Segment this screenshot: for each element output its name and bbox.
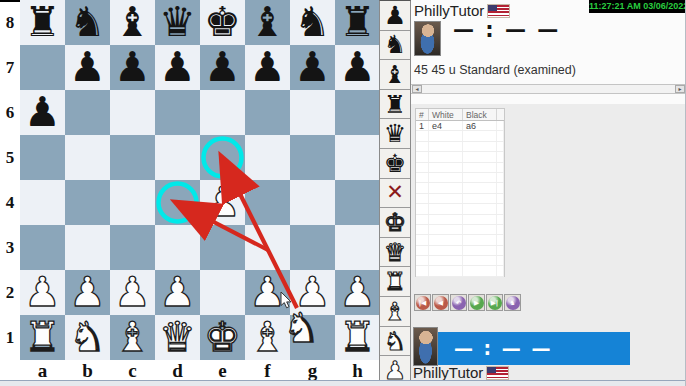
palette-white-king[interactable]: ♚ [380,208,410,238]
square-e2[interactable] [200,270,245,315]
piece-black-queen[interactable]: ♛ [155,0,200,45]
square-d1[interactable]: ♛ [155,315,200,360]
square-g4[interactable] [290,180,335,225]
move-list-body[interactable]: 1e4a6 [416,121,504,277]
piece-black-pawn[interactable]: ♟ [155,45,200,90]
move-row[interactable] [416,152,504,162]
move-cell [416,256,429,265]
piece-white-rook[interactable]: ♜ [20,315,65,360]
move-cell [497,235,504,244]
square-f3[interactable] [245,225,290,270]
palette-black-bishop[interactable]: ♝ [380,60,410,90]
square-h6[interactable] [335,90,380,135]
rank-label-6: 6 [0,90,20,135]
move-row[interactable]: 1e4a6 [416,121,504,131]
right-panel: PhillyTutor 11:27:21 AM 03/06/2022 — : —… [411,0,686,386]
piece-black-pawn[interactable]: ♟ [65,45,110,90]
piece-black-pawn[interactable]: ♟ [200,45,245,90]
move-row[interactable] [416,163,504,173]
rank-label-1: 1 [0,315,20,360]
nav-forward-icon: ▶ [470,296,484,310]
file-label-e: e [200,360,245,382]
square-c1[interactable]: ♝ [110,315,155,360]
piece-white-pawn[interactable]: ♟ [335,270,380,315]
piece-black-knight[interactable]: ♞ [65,0,110,45]
piece-black-rook[interactable]: ♜ [335,0,380,45]
move-cell [429,163,463,172]
square-h4[interactable] [335,180,380,225]
file-labels: abcdefgh [20,360,380,382]
move-cell [429,142,463,151]
rank-label-3: 3 [0,225,20,270]
square-b5[interactable] [65,135,110,180]
square-f6[interactable] [245,90,290,135]
move-cell [497,266,504,275]
palette-black-rook[interactable]: ♜ [380,90,410,120]
move-cell [429,256,463,265]
square-c2[interactable]: ♟ [110,270,155,315]
rank-label-8: 8 [0,0,20,45]
piece-white-pawn[interactable]: ♟ [20,270,65,315]
square-h3[interactable] [335,225,380,270]
piece-palette[interactable]: ♟♞♝♜♛♚✕♚♛♜♝♞♟ [379,0,411,386]
palette-black-queen[interactable]: ♛ [380,119,410,149]
nav-examine-button[interactable]: ♞ [504,294,521,311]
square-a6[interactable]: ♟ [20,90,65,135]
square-g7[interactable]: ♟ [290,45,335,90]
bottom-player-name-label: PhillyTutor [413,364,483,381]
move-cell [429,246,463,255]
move-cell [416,173,429,182]
square-b8[interactable]: ♞ [65,0,110,45]
move-cell [463,235,497,244]
move-cell [416,235,429,244]
top-player-clock: — : — — [453,18,560,42]
nav-revert-icon: ↶ [452,296,466,310]
piece-white-king[interactable]: ♚ [200,315,245,360]
move-col-White: White [429,109,463,120]
square-b6[interactable] [65,90,110,135]
move-cell [497,204,504,213]
move-cell [416,215,429,224]
us-flag-icon [487,367,508,379]
square-e4[interactable]: ♟ [200,180,245,225]
scroll-right-arrow[interactable]: ▸ [675,85,685,93]
move-row[interactable] [416,225,504,235]
move-cell [497,194,504,203]
move-row[interactable] [416,131,504,141]
square-h5[interactable] [335,135,380,180]
piece-black-bishop[interactable]: ♝ [110,0,155,45]
square-a2[interactable]: ♟ [20,270,65,315]
square-e3[interactable] [200,225,245,270]
square-b1[interactable]: ♞ [65,315,110,360]
move-cell [416,266,429,275]
rank-label-7: 7 [0,45,20,90]
move-cell [463,183,497,192]
piece-black-rook[interactable]: ♜ [20,0,65,45]
piece-black-pawn[interactable]: ♟ [20,90,65,135]
file-label-c: c [110,360,155,382]
rank-label-2: 2 [0,270,20,315]
square-a7[interactable] [20,45,65,90]
move-cell: e4 [429,121,463,130]
move-cell [463,256,497,265]
move-cell [416,152,429,161]
move-cell [463,204,497,213]
move-cell: a6 [463,121,497,130]
palette-black-king[interactable]: ♚ [380,149,410,179]
bottom-player-avatar [413,327,438,366]
move-cell [416,204,429,213]
game-description: 45 45 u Standard (examined) [414,63,576,77]
piece-white-pawn[interactable]: ♟ [110,270,155,315]
nav-examine-icon: ♞ [506,296,520,310]
palette-black-knight[interactable]: ♞ [380,31,410,61]
piece-black-pawn[interactable]: ♟ [245,45,290,90]
square-a3[interactable] [20,225,65,270]
nav-back-icon: ◀ [434,296,448,310]
square-c7[interactable]: ♟ [110,45,155,90]
nav-last-button[interactable]: ▶| [486,294,503,311]
square-e1[interactable]: ♚ [200,315,245,360]
piece-black-knight[interactable]: ♞ [290,0,335,45]
us-flag-icon [488,5,509,17]
square-d8[interactable]: ♛ [155,0,200,45]
move-row[interactable] [416,256,504,266]
move-cell [463,225,497,234]
square-b7[interactable]: ♟ [65,45,110,90]
move-cell [463,142,497,151]
square-g3[interactable] [290,225,335,270]
rank-label-5: 5 [0,135,20,180]
move-cell [463,163,497,172]
move-cell [463,215,497,224]
move-cell [416,183,429,192]
piece-white-pawn[interactable]: ♟ [155,270,200,315]
move-cell [497,142,504,151]
palette-white-knight[interactable]: ♞ [380,327,410,357]
piece-black-king[interactable]: ♚ [200,0,245,45]
palette-black-pawn[interactable]: ♟ [380,1,410,31]
square-d7[interactable]: ♟ [155,45,200,90]
square-a1[interactable]: ♜ [20,315,65,360]
move-col-filler [497,109,504,120]
square-h1[interactable]: ♜ [335,315,380,360]
move-cell [429,215,463,224]
square-b4[interactable] [65,180,110,225]
move-cell [497,131,504,140]
square-d4[interactable] [155,180,200,225]
move-col-#: # [416,109,429,120]
move-row[interactable] [416,173,504,183]
move-cell [463,173,497,182]
move-cell [463,266,497,275]
move-cell [416,142,429,151]
move-cell [497,163,504,172]
square-f7[interactable]: ♟ [245,45,290,90]
move-cell [497,215,504,224]
move-cell [416,163,429,172]
move-row[interactable] [416,204,504,214]
square-d5[interactable] [155,135,200,180]
file-label-b: b [65,360,110,382]
move-cell [429,131,463,140]
piece-black-pawn[interactable]: ♟ [110,45,155,90]
move-list-header: #WhiteBlack [416,109,504,121]
square-a5[interactable] [20,135,65,180]
top-player-name-label: PhillyTutor [414,2,484,19]
move-cell [429,194,463,203]
nav-first-button[interactable]: |◀ [414,294,431,311]
palette-delete-x[interactable]: ✕ [380,179,410,209]
file-label-h: h [335,360,380,382]
piece-black-pawn[interactable]: ♟ [335,45,380,90]
square-a8[interactable]: ♜ [20,0,65,45]
move-cell [497,246,504,255]
palette-white-rook[interactable]: ♜ [380,267,410,297]
move-cell [497,173,504,182]
piece-white-pawn[interactable]: ♟ [200,180,245,225]
move-cell [497,121,504,130]
file-label-f: f [245,360,290,382]
file-label-g: g [290,360,335,382]
piece-white-rook[interactable]: ♜ [335,315,380,360]
navigation-buttons[interactable]: |◀◀↶▶▶|♞ [414,294,521,311]
square-d3[interactable] [155,225,200,270]
square-c8[interactable]: ♝ [110,0,155,45]
move-cell [497,256,504,265]
move-row[interactable] [416,235,504,245]
piece-black-pawn[interactable]: ♟ [290,45,335,90]
square-g1[interactable]: ♞ [290,315,335,360]
piece-white-knight[interactable]: ♞ [279,306,324,351]
rank-labels: 87654321 [0,0,20,360]
move-col-Black: Black [463,109,497,120]
square-g5[interactable] [290,135,335,180]
board-grid[interactable]: ♜♞♝♛♚♝♞♜♟♟♟♟♟♟♟♟♟♟♟♟♟♟♟♟♜♞♝♛♚♝♞♜ [20,0,380,360]
piece-black-bishop[interactable]: ♝ [245,0,290,45]
square-f8[interactable]: ♝ [245,0,290,45]
nav-revert-button[interactable]: ↶ [450,294,467,311]
move-cell [429,152,463,161]
move-cell [497,183,504,192]
system-clock: 11:27:21 AM 03/06/2022 [589,0,686,13]
move-list-table[interactable]: #WhiteBlack 1e4a6 [415,108,505,277]
move-cell [429,204,463,213]
square-g8[interactable]: ♞ [290,0,335,45]
move-cell: 1 [416,121,429,130]
nav-first-icon: |◀ [416,296,430,310]
move-cell [463,246,497,255]
palette-white-bishop[interactable]: ♝ [380,297,410,327]
move-row[interactable] [416,183,504,193]
square-e8[interactable]: ♚ [200,0,245,45]
square-c5[interactable] [110,135,155,180]
piece-white-pawn[interactable]: ♟ [65,270,110,315]
rank-label-4: 4 [0,180,20,225]
palette-white-queen[interactable]: ♛ [380,238,410,268]
square-e6[interactable] [200,90,245,135]
square-f4[interactable] [245,180,290,225]
scroll-left-arrow[interactable]: ◂ [412,85,422,93]
move-row[interactable] [416,266,504,276]
horizontal-scrollbar[interactable]: ◂ ▸ [411,84,686,94]
nav-forward-button[interactable]: ▶ [468,294,485,311]
bottom-player-name: PhillyTutor [413,364,508,381]
move-cell [429,173,463,182]
move-row[interactable] [416,246,504,256]
square-b3[interactable] [65,225,110,270]
square-b2[interactable]: ♟ [65,270,110,315]
file-label-d: d [155,360,200,382]
move-cell [463,152,497,161]
move-cell [416,194,429,203]
move-cell [429,183,463,192]
nav-last-icon: ▶| [488,296,502,310]
move-row[interactable] [416,194,504,204]
piece-white-bishop[interactable]: ♝ [110,315,155,360]
piece-white-queen[interactable]: ♛ [155,315,200,360]
move-cell [463,131,497,140]
chess-board-area: 87654321 ♜♞♝♛♚♝♞♜♟♟♟♟♟♟♟♟♟♟♟♟♟♟♟♟♜♞♝♛♚♝♞… [0,0,380,386]
top-player-avatar [414,21,441,56]
piece-white-knight[interactable]: ♞ [65,315,110,360]
square-g6[interactable] [290,90,335,135]
move-cell [497,152,504,161]
square-c4[interactable] [110,180,155,225]
square-h7[interactable]: ♟ [335,45,380,90]
bottom-player-clock: — : — — [438,332,630,365]
square-c3[interactable] [110,225,155,270]
square-e5[interactable] [200,135,245,180]
move-cell [429,235,463,244]
move-cell [497,225,504,234]
move-cell [463,194,497,203]
square-f5[interactable] [245,135,290,180]
move-row[interactable] [416,142,504,152]
square-a4[interactable] [20,180,65,225]
square-c6[interactable] [110,90,155,135]
square-e7[interactable]: ♟ [200,45,245,90]
move-cell [416,225,429,234]
nav-back-button[interactable]: ◀ [432,294,449,311]
move-row[interactable] [416,215,504,225]
square-d6[interactable] [155,90,200,135]
top-player-name: PhillyTutor [414,2,509,19]
move-cell [416,131,429,140]
window-bottom-edge [0,380,686,386]
square-h2[interactable]: ♟ [335,270,380,315]
move-cell [416,246,429,255]
square-d2[interactable]: ♟ [155,270,200,315]
file-label-a: a [20,360,65,382]
square-h8[interactable]: ♜ [335,0,380,45]
move-cell [429,225,463,234]
move-cell [429,266,463,275]
